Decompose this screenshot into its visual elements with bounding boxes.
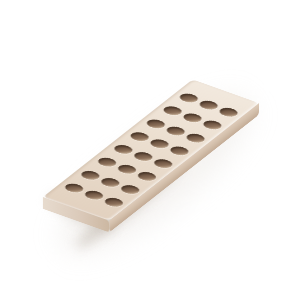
game-board bbox=[43, 79, 259, 220]
pit-hole bbox=[134, 170, 158, 182]
pit-hole bbox=[200, 119, 224, 131]
pit-hole bbox=[151, 157, 175, 169]
pit-hole bbox=[118, 183, 142, 195]
pit-hole bbox=[216, 106, 240, 118]
pit-hole bbox=[167, 145, 191, 157]
pit-hole bbox=[102, 196, 126, 208]
pit-hole bbox=[183, 132, 207, 144]
photo-background bbox=[0, 0, 300, 300]
